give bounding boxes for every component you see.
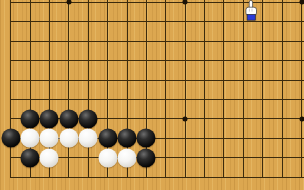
intersection-mn[interactable] — [234, 70, 253, 89]
intersection-ak[interactable] — [1, 12, 20, 31]
white-stone — [79, 129, 98, 148]
intersection-cn[interactable] — [40, 70, 59, 89]
intersection-gr[interactable] — [117, 148, 136, 167]
white-stone — [118, 148, 137, 167]
intersection-ck[interactable] — [40, 12, 59, 31]
intersection-ns[interactable] — [253, 168, 272, 187]
intersection-ep[interactable] — [79, 109, 98, 128]
intersection-mp[interactable] — [234, 109, 253, 128]
intersection-jj[interactable] — [176, 0, 195, 12]
intersection-lp[interactable] — [214, 109, 233, 128]
intersection-fp[interactable] — [98, 109, 117, 128]
intersection-nm[interactable] — [253, 51, 272, 70]
intersection-pj[interactable] — [292, 0, 304, 12]
intersection-eq[interactable] — [79, 129, 98, 148]
intersection-dr[interactable] — [59, 148, 78, 167]
intersection-en[interactable] — [79, 70, 98, 89]
intersection-ir[interactable] — [156, 148, 175, 167]
intersection-pl[interactable] — [292, 31, 304, 50]
intersection-dj[interactable] — [59, 0, 78, 12]
white-stone — [21, 129, 40, 148]
intersection-el[interactable] — [79, 31, 98, 50]
intersection-dq[interactable] — [59, 129, 78, 148]
intersection-kk[interactable] — [195, 12, 214, 31]
intersection-fm[interactable] — [98, 51, 117, 70]
intersection-dn[interactable] — [59, 70, 78, 89]
intersection-cm[interactable] — [40, 51, 59, 70]
intersection-hl[interactable] — [137, 31, 156, 50]
intersection-pk[interactable] — [292, 12, 304, 31]
white-stone — [40, 129, 59, 148]
intersection-bp[interactable] — [20, 109, 39, 128]
intersection-dm[interactable] — [59, 51, 78, 70]
intersection-po[interactable] — [292, 90, 304, 109]
intersection-er[interactable] — [79, 148, 98, 167]
intersection-lj[interactable] — [214, 0, 233, 12]
intersection-hm[interactable] — [137, 51, 156, 70]
intersection-ap[interactable] — [1, 109, 20, 128]
intersection-bn[interactable] — [20, 70, 39, 89]
intersection-gq[interactable] — [117, 129, 136, 148]
intersection-or[interactable] — [272, 148, 291, 167]
intersection-bo[interactable] — [20, 90, 39, 109]
intersection-mm[interactable] — [234, 51, 253, 70]
intersection-ks[interactable] — [195, 168, 214, 187]
intersection-ok[interactable] — [272, 12, 291, 31]
intersection-dp[interactable] — [59, 109, 78, 128]
intersection-hj[interactable] — [137, 0, 156, 12]
intersection-hq[interactable] — [137, 129, 156, 148]
intersection-cq[interactable] — [40, 129, 59, 148]
intersection-ej[interactable] — [79, 0, 98, 12]
intersection-ko[interactable] — [195, 90, 214, 109]
intersection-np[interactable] — [253, 109, 272, 128]
intersection-cr[interactable] — [40, 148, 59, 167]
intersection-cp[interactable] — [40, 109, 59, 128]
intersection-fk[interactable] — [98, 12, 117, 31]
intersection-kj[interactable] — [195, 0, 214, 12]
intersection-ll[interactable] — [214, 31, 233, 50]
go-board-screen — [0, 0, 304, 190]
intersection-os[interactable] — [272, 168, 291, 187]
intersection-gk[interactable] — [117, 12, 136, 31]
intersection-hp[interactable] — [137, 109, 156, 128]
intersection-hn[interactable] — [137, 70, 156, 89]
intersection-an[interactable] — [1, 70, 20, 89]
intersection-ho[interactable] — [137, 90, 156, 109]
intersection-mo[interactable] — [234, 90, 253, 109]
intersection-em[interactable] — [79, 51, 98, 70]
intersection-ls[interactable] — [214, 168, 233, 187]
intersection-nn[interactable] — [253, 70, 272, 89]
intersection-hs[interactable] — [137, 168, 156, 187]
intersection-ik[interactable] — [156, 12, 175, 31]
intersection-pr[interactable] — [292, 148, 304, 167]
intersection-pn[interactable] — [292, 70, 304, 89]
intersection-hk[interactable] — [137, 12, 156, 31]
intersection-nq[interactable] — [253, 129, 272, 148]
intersection-gn[interactable] — [117, 70, 136, 89]
intersection-go[interactable] — [117, 90, 136, 109]
intersection-js[interactable] — [176, 168, 195, 187]
intersection-lm[interactable] — [214, 51, 233, 70]
black-stone — [1, 129, 20, 148]
intersection-kn[interactable] — [195, 70, 214, 89]
intersection-ek[interactable] — [79, 12, 98, 31]
intersection-im[interactable] — [156, 51, 175, 70]
intersection-km[interactable] — [195, 51, 214, 70]
intersection-is[interactable] — [156, 168, 175, 187]
intersection-hr[interactable] — [137, 148, 156, 167]
intersection-kr[interactable] — [195, 148, 214, 167]
intersection-eo[interactable] — [79, 90, 98, 109]
intersection-oq[interactable] — [272, 129, 291, 148]
intersection-jo[interactable] — [176, 90, 195, 109]
intersection-bj[interactable] — [20, 0, 39, 12]
black-stone — [21, 148, 40, 167]
intersection-ij[interactable] — [156, 0, 175, 12]
intersection-fj[interactable] — [98, 0, 117, 12]
intersection-jn[interactable] — [176, 70, 195, 89]
intersection-lq[interactable] — [214, 129, 233, 148]
black-stone — [21, 109, 40, 128]
intersection-mr[interactable] — [234, 148, 253, 167]
intersection-am[interactable] — [1, 51, 20, 70]
intersection-es[interactable] — [79, 168, 98, 187]
intersection-no[interactable] — [253, 90, 272, 109]
intersection-in[interactable] — [156, 70, 175, 89]
intersection-ar[interactable] — [1, 148, 20, 167]
intersection-fo[interactable] — [98, 90, 117, 109]
intersection-gj[interactable] — [117, 0, 136, 12]
intersection-ol[interactable] — [272, 31, 291, 50]
black-stone — [137, 129, 156, 148]
intersection-jq[interactable] — [176, 129, 195, 148]
hand-cursor-icon — [243, 0, 259, 21]
intersection-fn[interactable] — [98, 70, 117, 89]
white-stone — [98, 148, 117, 167]
intersection-co[interactable] — [40, 90, 59, 109]
intersection-jl[interactable] — [176, 31, 195, 50]
intersection-nr[interactable] — [253, 148, 272, 167]
intersection-gm[interactable] — [117, 51, 136, 70]
black-stone — [79, 109, 98, 128]
white-stone — [40, 148, 59, 167]
intersection-ml[interactable] — [234, 31, 253, 50]
intersection-gs[interactable] — [117, 168, 136, 187]
intersection-nl[interactable] — [253, 31, 272, 50]
star-point — [299, 116, 304, 121]
black-stone — [98, 129, 117, 148]
go-board-grid — [1, 0, 304, 187]
intersection-pp[interactable] — [292, 109, 304, 128]
intersection-do[interactable] — [59, 90, 78, 109]
intersection-bk[interactable] — [20, 12, 39, 31]
intersection-ip[interactable] — [156, 109, 175, 128]
intersection-lo[interactable] — [214, 90, 233, 109]
intersection-kl[interactable] — [195, 31, 214, 50]
intersection-bq[interactable] — [20, 129, 39, 148]
intersection-kp[interactable] — [195, 109, 214, 128]
intersection-aj[interactable] — [1, 0, 20, 12]
intersection-as[interactable] — [1, 168, 20, 187]
intersection-cs[interactable] — [40, 168, 59, 187]
star-point — [183, 116, 188, 121]
intersection-jk[interactable] — [176, 12, 195, 31]
black-stone — [137, 148, 156, 167]
intersection-lr[interactable] — [214, 148, 233, 167]
intersection-al[interactable] — [1, 31, 20, 50]
intersection-jr[interactable] — [176, 148, 195, 167]
intersection-cl[interactable] — [40, 31, 59, 50]
intersection-dk[interactable] — [59, 12, 78, 31]
intersection-om[interactable] — [272, 51, 291, 70]
intersection-pq[interactable] — [292, 129, 304, 148]
intersection-ds[interactable] — [59, 168, 78, 187]
intersection-gl[interactable] — [117, 31, 136, 50]
intersection-oj[interactable] — [272, 0, 291, 12]
intersection-mq[interactable] — [234, 129, 253, 148]
intersection-dl[interactable] — [59, 31, 78, 50]
white-stone — [59, 129, 78, 148]
intersection-br[interactable] — [20, 148, 39, 167]
intersection-cj[interactable] — [40, 0, 59, 12]
intersection-fl[interactable] — [98, 31, 117, 50]
intersection-lk[interactable] — [214, 12, 233, 31]
intersection-bl[interactable] — [20, 31, 39, 50]
intersection-aq[interactable] — [1, 129, 20, 148]
intersection-fq[interactable] — [98, 129, 117, 148]
intersection-on[interactable] — [272, 70, 291, 89]
star-point — [66, 0, 71, 5]
intersection-ao[interactable] — [1, 90, 20, 109]
intersection-bs[interactable] — [20, 168, 39, 187]
intersection-io[interactable] — [156, 90, 175, 109]
intersection-ln[interactable] — [214, 70, 233, 89]
intersection-kq[interactable] — [195, 129, 214, 148]
intersection-op[interactable] — [272, 109, 291, 128]
intersection-bm[interactable] — [20, 51, 39, 70]
intersection-il[interactable] — [156, 31, 175, 50]
intersection-fr[interactable] — [98, 148, 117, 167]
intersection-jp[interactable] — [176, 109, 195, 128]
intersection-pm[interactable] — [292, 51, 304, 70]
black-stone — [40, 109, 59, 128]
intersection-iq[interactable] — [156, 129, 175, 148]
cursor-cuff — [247, 14, 255, 20]
intersection-jm[interactable] — [176, 51, 195, 70]
intersection-ps[interactable] — [292, 168, 304, 187]
black-stone — [118, 129, 137, 148]
intersection-fs[interactable] — [98, 168, 117, 187]
intersection-ms[interactable] — [234, 168, 253, 187]
intersection-oo[interactable] — [272, 90, 291, 109]
intersection-gp[interactable] — [117, 109, 136, 128]
star-point — [299, 0, 304, 5]
star-point — [183, 0, 188, 5]
black-stone — [59, 109, 78, 128]
